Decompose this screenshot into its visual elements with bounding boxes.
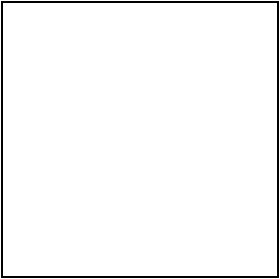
chess-board: [1, 1, 279, 278]
chess-diagram: [0, 0, 280, 279]
